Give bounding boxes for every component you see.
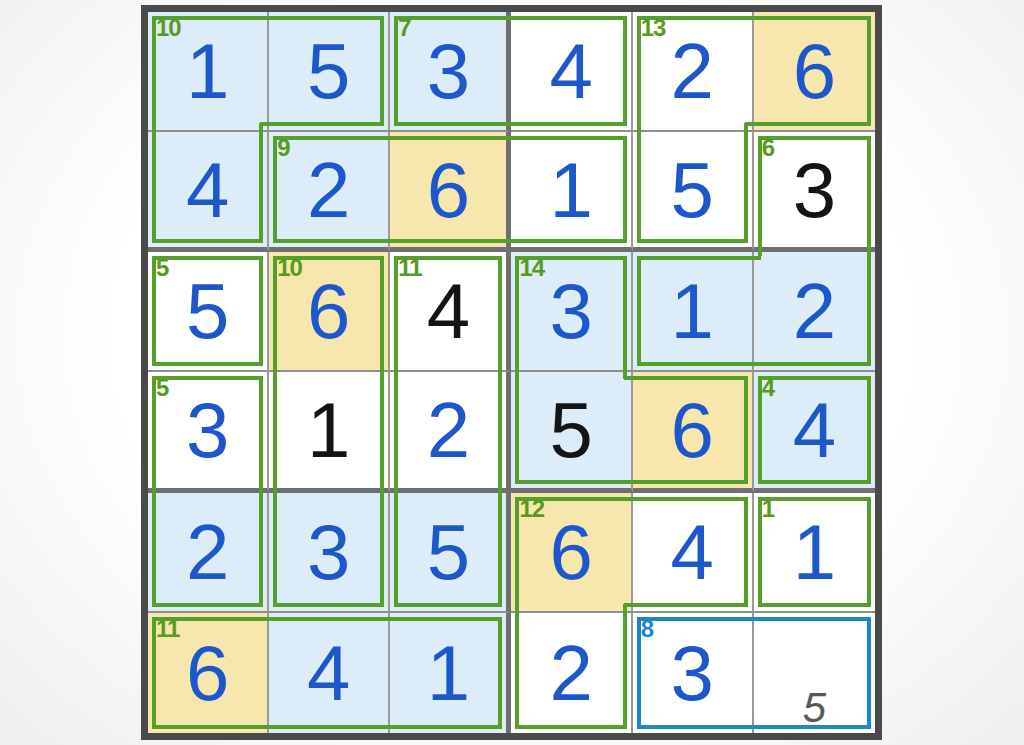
cage-sum-label: 8	[641, 617, 653, 641]
cage-sum-label: 14	[519, 256, 544, 280]
entered-digit: 1	[793, 513, 836, 591]
cell-r4c2[interactable]: 1	[269, 372, 390, 492]
entered-digit: 3	[427, 32, 470, 110]
entered-digit: 2	[793, 272, 836, 350]
entered-digit: 2	[307, 151, 350, 229]
entered-digit: 2	[671, 32, 714, 110]
cell-r6c1[interactable]: 116	[148, 613, 269, 733]
entered-digit: 6	[793, 32, 836, 110]
killer-sudoku-board: 1015734132649261563551061141431253125644…	[141, 5, 882, 740]
cell-r3c2[interactable]: 106	[269, 252, 390, 372]
cell-r2c3[interactable]: 6	[390, 132, 511, 252]
cell-r5c4[interactable]: 126	[511, 493, 632, 613]
cage-sum-label: 12	[519, 497, 544, 521]
entered-digit: 6	[427, 151, 470, 229]
given-digit: 3	[793, 151, 836, 229]
entered-digit: 5	[427, 513, 470, 591]
board-grid: 1015734132649261563551061141431253125644…	[148, 12, 875, 733]
entered-digit: 4	[186, 151, 229, 229]
cage-sum-label: 11	[398, 256, 421, 280]
entered-digit: 3	[307, 513, 350, 591]
cage-sum-label: 5	[156, 256, 168, 280]
given-digit: 1	[307, 391, 350, 469]
pencil-mark-digit: 5	[754, 687, 875, 729]
cell-r2c6[interactable]: 63	[754, 132, 875, 252]
cage-sum-label: 1	[762, 497, 774, 521]
entered-digit: 6	[307, 272, 350, 350]
cell-r5c6[interactable]: 11	[754, 493, 875, 613]
entered-digit: 5	[671, 151, 714, 229]
entered-digit: 3	[186, 391, 229, 469]
entered-digit: 4	[793, 391, 836, 469]
cell-r1c1[interactable]: 101	[148, 12, 269, 132]
cell-r4c6[interactable]: 44	[754, 372, 875, 492]
cell-r1c2[interactable]: 5	[269, 12, 390, 132]
entered-digit: 2	[186, 513, 229, 591]
cage-sum-label: 10	[277, 256, 302, 280]
cell-r4c1[interactable]: 53	[148, 372, 269, 492]
entered-digit: 6	[671, 391, 714, 469]
entered-digit: 4	[671, 513, 714, 591]
entered-digit: 4	[307, 634, 350, 712]
entered-digit: 2	[549, 634, 592, 712]
entered-digit: 1	[186, 32, 229, 110]
cell-r2c4[interactable]: 1	[511, 132, 632, 252]
cell-r3c5[interactable]: 1	[633, 252, 754, 372]
cell-r3c1[interactable]: 55	[148, 252, 269, 372]
entered-digit: 6	[186, 634, 229, 712]
entered-digit: 3	[671, 634, 714, 712]
cage-sum-label: 4	[762, 376, 774, 400]
cage-sum-label: 10	[156, 16, 181, 40]
cell-r6c5[interactable]: 83	[633, 613, 754, 733]
cage-sum-label: 13	[641, 16, 666, 40]
entered-digit: 4	[549, 32, 592, 110]
cell-r1c3[interactable]: 73	[390, 12, 511, 132]
page-background: 1015734132649261563551061141431253125644…	[0, 0, 1024, 745]
cell-r6c3[interactable]: 1	[390, 613, 511, 733]
cell-r4c3[interactable]: 2	[390, 372, 511, 492]
cell-r5c1[interactable]: 2	[148, 493, 269, 613]
entered-digit: 1	[549, 151, 592, 229]
cell-r6c6[interactable]: 5	[754, 613, 875, 733]
cell-r2c5[interactable]: 5	[633, 132, 754, 252]
cage-sum-label: 7	[398, 16, 410, 40]
cell-r2c2[interactable]: 92	[269, 132, 390, 252]
given-digit: 5	[549, 391, 592, 469]
entered-digit: 2	[427, 391, 470, 469]
entered-digit: 5	[186, 272, 229, 350]
cell-r4c4[interactable]: 5	[511, 372, 632, 492]
cell-r5c2[interactable]: 3	[269, 493, 390, 613]
cage-sum-label: 5	[156, 376, 168, 400]
cell-r1c6[interactable]: 6	[754, 12, 875, 132]
cell-r1c5[interactable]: 132	[633, 12, 754, 132]
cage-sum-label: 6	[762, 136, 774, 160]
cell-r5c5[interactable]: 4	[633, 493, 754, 613]
cell-r1c4[interactable]: 4	[511, 12, 632, 132]
entered-digit: 1	[427, 634, 470, 712]
given-digit: 4	[427, 272, 470, 350]
entered-digit: 6	[549, 513, 592, 591]
cell-r4c5[interactable]: 6	[633, 372, 754, 492]
entered-digit: 3	[549, 272, 592, 350]
cell-r3c3[interactable]: 114	[390, 252, 511, 372]
cell-r3c6[interactable]: 2	[754, 252, 875, 372]
entered-digit: 1	[671, 272, 714, 350]
cell-r6c2[interactable]: 4	[269, 613, 390, 733]
cage-sum-label: 11	[156, 617, 179, 641]
cage-sum-label: 9	[277, 136, 289, 160]
cell-r5c3[interactable]: 5	[390, 493, 511, 613]
entered-digit: 5	[307, 32, 350, 110]
cell-r3c4[interactable]: 143	[511, 252, 632, 372]
cell-r6c4[interactable]: 2	[511, 613, 632, 733]
cell-r2c1[interactable]: 4	[148, 132, 269, 252]
